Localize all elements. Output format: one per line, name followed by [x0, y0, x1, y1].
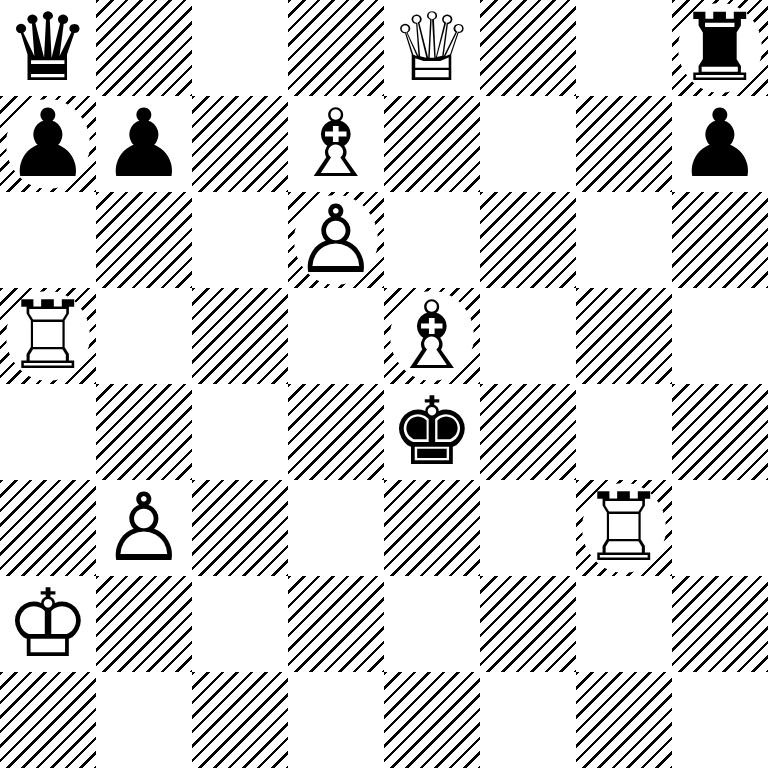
- square-c4[interactable]: [192, 384, 288, 480]
- square-h7[interactable]: ♟: [672, 96, 768, 192]
- square-d2[interactable]: [288, 576, 384, 672]
- square-d3[interactable]: [288, 480, 384, 576]
- square-b8[interactable]: [96, 0, 192, 96]
- square-b2[interactable]: [96, 576, 192, 672]
- square-a6[interactable]: [0, 192, 96, 288]
- piece-white-queen: ♕: [390, 0, 474, 96]
- square-g3[interactable]: ♖: [576, 480, 672, 576]
- square-d8[interactable]: [288, 0, 384, 96]
- square-h1[interactable]: [672, 672, 768, 768]
- square-b4[interactable]: [96, 384, 192, 480]
- piece-black-pawn: ♟: [678, 96, 762, 192]
- square-c6[interactable]: [192, 192, 288, 288]
- square-a7[interactable]: ♟: [0, 96, 96, 192]
- square-h6[interactable]: [672, 192, 768, 288]
- square-a4[interactable]: [0, 384, 96, 480]
- square-e7[interactable]: [384, 96, 480, 192]
- piece-white-pawn: ♙: [102, 480, 186, 576]
- square-g6[interactable]: [576, 192, 672, 288]
- square-e2[interactable]: [384, 576, 480, 672]
- piece-white-bishop: ♗: [294, 96, 378, 192]
- square-c2[interactable]: [192, 576, 288, 672]
- square-f7[interactable]: [480, 96, 576, 192]
- square-e5[interactable]: ♗: [384, 288, 480, 384]
- square-c7[interactable]: [192, 96, 288, 192]
- square-e8[interactable]: ♕: [384, 0, 480, 96]
- square-g2[interactable]: [576, 576, 672, 672]
- square-a5[interactable]: ♖: [0, 288, 96, 384]
- square-f8[interactable]: [480, 0, 576, 96]
- square-f3[interactable]: [480, 480, 576, 576]
- piece-white-pawn: ♙: [294, 192, 378, 288]
- square-c1[interactable]: [192, 672, 288, 768]
- square-d1[interactable]: [288, 672, 384, 768]
- square-h2[interactable]: [672, 576, 768, 672]
- square-f2[interactable]: [480, 576, 576, 672]
- square-c3[interactable]: [192, 480, 288, 576]
- piece-black-pawn: ♟: [102, 96, 186, 192]
- piece-white-rook: ♖: [582, 480, 666, 576]
- square-b3[interactable]: ♙: [96, 480, 192, 576]
- square-g4[interactable]: [576, 384, 672, 480]
- square-h4[interactable]: [672, 384, 768, 480]
- piece-black-pawn: ♟: [6, 96, 90, 192]
- square-a1[interactable]: [0, 672, 96, 768]
- square-e6[interactable]: [384, 192, 480, 288]
- piece-white-rook: ♖: [6, 288, 90, 384]
- piece-black-king: ♚: [390, 384, 474, 480]
- square-e1[interactable]: [384, 672, 480, 768]
- square-h3[interactable]: [672, 480, 768, 576]
- chessboard: ♛♕♜♟♟♗♟♙♖♗♚♙♖♔: [0, 0, 768, 768]
- square-g8[interactable]: [576, 0, 672, 96]
- square-h8[interactable]: ♜: [672, 0, 768, 96]
- square-f5[interactable]: [480, 288, 576, 384]
- square-g5[interactable]: [576, 288, 672, 384]
- square-g7[interactable]: [576, 96, 672, 192]
- square-a3[interactable]: [0, 480, 96, 576]
- square-f1[interactable]: [480, 672, 576, 768]
- square-b6[interactable]: [96, 192, 192, 288]
- square-h5[interactable]: [672, 288, 768, 384]
- piece-white-king: ♔: [6, 576, 90, 672]
- square-b5[interactable]: [96, 288, 192, 384]
- square-d5[interactable]: [288, 288, 384, 384]
- square-a8[interactable]: ♛: [0, 0, 96, 96]
- square-f4[interactable]: [480, 384, 576, 480]
- square-c5[interactable]: [192, 288, 288, 384]
- square-d6[interactable]: ♙: [288, 192, 384, 288]
- piece-black-rook: ♜: [678, 0, 762, 96]
- piece-white-bishop: ♗: [390, 288, 474, 384]
- square-d4[interactable]: [288, 384, 384, 480]
- square-b1[interactable]: [96, 672, 192, 768]
- square-a2[interactable]: ♔: [0, 576, 96, 672]
- square-e3[interactable]: [384, 480, 480, 576]
- square-c8[interactable]: [192, 0, 288, 96]
- square-b7[interactable]: ♟: [96, 96, 192, 192]
- piece-black-queen: ♛: [6, 0, 90, 96]
- square-g1[interactable]: [576, 672, 672, 768]
- square-f6[interactable]: [480, 192, 576, 288]
- square-e4[interactable]: ♚: [384, 384, 480, 480]
- square-d7[interactable]: ♗: [288, 96, 384, 192]
